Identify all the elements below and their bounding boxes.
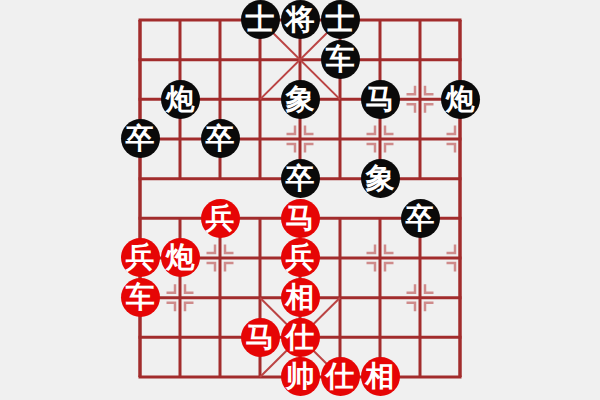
piece-red-cannon[interactable]: 炮 [161, 238, 200, 277]
piece-black-horse[interactable]: 马 [361, 80, 400, 119]
piece-black-soldier[interactable]: 卒 [121, 119, 160, 158]
piece-red-soldier[interactable]: 兵 [281, 238, 320, 277]
piece-black-cannon[interactable]: 炮 [441, 80, 480, 119]
piece-black-advisor[interactable]: 士 [321, 0, 360, 39]
piece-red-elephant[interactable]: 相 [281, 278, 320, 317]
piece-red-chariot[interactable]: 车 [121, 278, 160, 317]
piece-red-advisor[interactable]: 仕 [281, 318, 320, 357]
piece-black-chariot[interactable]: 车 [321, 40, 360, 79]
piece-black-soldier[interactable]: 卒 [281, 159, 320, 198]
piece-red-advisor[interactable]: 仕 [321, 357, 360, 396]
piece-black-soldier[interactable]: 卒 [201, 119, 240, 158]
piece-red-soldier[interactable]: 兵 [201, 199, 240, 238]
piece-black-advisor[interactable]: 士 [241, 0, 280, 39]
piece-black-general[interactable]: 将 [281, 0, 320, 39]
piece-red-general[interactable]: 帅 [281, 357, 320, 396]
piece-red-soldier[interactable]: 兵 [121, 238, 160, 277]
piece-red-horse[interactable]: 马 [281, 199, 320, 238]
piece-red-horse[interactable]: 马 [241, 318, 280, 357]
piece-black-elephant[interactable]: 象 [361, 159, 400, 198]
xiangqi-pieces-layer: 士将士车炮象马炮卒卒卒象兵马卒兵炮兵车相马仕帅仕相 [120, 0, 480, 397]
piece-red-elephant[interactable]: 相 [361, 357, 400, 396]
piece-black-elephant[interactable]: 象 [281, 80, 320, 119]
piece-black-soldier[interactable]: 卒 [401, 199, 440, 238]
xiangqi-board: 士将士车炮象马炮卒卒卒象兵马卒兵炮兵车相马仕帅仕相 [0, 0, 600, 400]
piece-black-cannon[interactable]: 炮 [161, 80, 200, 119]
